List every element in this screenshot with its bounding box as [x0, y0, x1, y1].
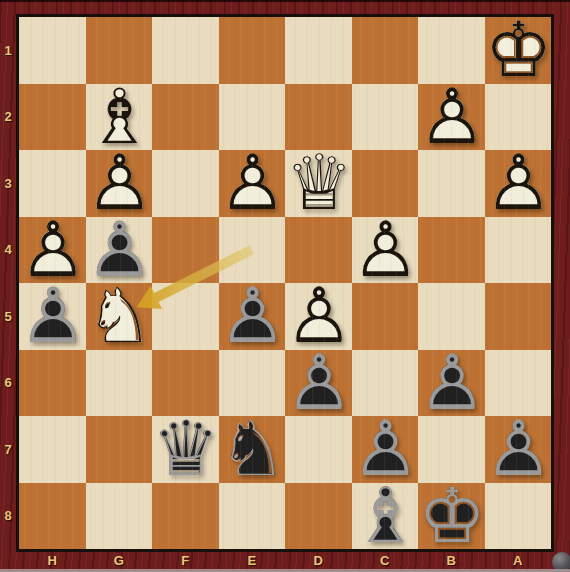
black-pawn-glyph-outline: ♙ [219, 283, 286, 350]
file-label-e: E [219, 551, 286, 570]
rank-label-7: 7 [0, 416, 16, 483]
black-pawn-glyph-outline: ♙ [19, 283, 86, 350]
rank-label-2: 2 [0, 84, 16, 151]
black-pawn-e5[interactable]: ♟♙ [219, 283, 286, 350]
black-pawn-glyph-outline: ♙ [285, 350, 352, 417]
square-b8[interactable]: ♚♔ [418, 483, 485, 550]
white-queen-d3[interactable]: ♛♕ [285, 150, 352, 217]
square-g8[interactable] [86, 483, 153, 550]
white-knight-g5[interactable]: ♞♘ [86, 283, 153, 350]
black-king-b8[interactable]: ♚♔ [418, 483, 485, 550]
square-c1[interactable] [352, 17, 419, 84]
black-queen-f7[interactable]: ♛♕ [152, 416, 219, 483]
chess-app-window: ♚♔♝♗♟♙♟♙♟♙♛♕♟♙♟♙♟♙♟♙♟♙♞♘♟♙♟♙♟♙♟♙♛♕♞♘♟♙♟♙… [0, 0, 570, 572]
square-e7[interactable]: ♞♘ [219, 416, 286, 483]
white-pawn-glyph-outline: ♙ [485, 150, 552, 217]
black-pawn-b6[interactable]: ♟♙ [418, 350, 485, 417]
square-a4[interactable] [485, 217, 552, 284]
white-pawn-glyph-outline: ♙ [352, 217, 419, 284]
file-label-b: B [418, 551, 485, 570]
white-king-a1[interactable]: ♚♔ [485, 17, 552, 84]
square-h6[interactable] [19, 350, 86, 417]
square-h8[interactable] [19, 483, 86, 550]
square-f5[interactable] [152, 283, 219, 350]
black-pawn-glyph-outline: ♙ [418, 350, 485, 417]
file-label-h: H [19, 551, 86, 570]
square-e5[interactable]: ♟♙ [219, 283, 286, 350]
black-pawn-d6[interactable]: ♟♙ [285, 350, 352, 417]
square-a3[interactable]: ♟♙ [485, 150, 552, 217]
rank-label-4: 4 [0, 217, 16, 284]
rank-label-5: 5 [0, 283, 16, 350]
square-b4[interactable] [418, 217, 485, 284]
square-h1[interactable] [19, 17, 86, 84]
square-a8[interactable] [485, 483, 552, 550]
white-pawn-glyph-outline: ♙ [219, 150, 286, 217]
square-b3[interactable] [418, 150, 485, 217]
square-a5[interactable] [485, 283, 552, 350]
file-label-d: D [285, 551, 352, 570]
file-label-c: C [352, 551, 419, 570]
square-g7[interactable] [86, 416, 153, 483]
white-pawn-c4[interactable]: ♟♙ [352, 217, 419, 284]
square-h5[interactable]: ♟♙ [19, 283, 86, 350]
black-bishop-c8[interactable]: ♝♗ [352, 483, 419, 550]
square-f8[interactable] [152, 483, 219, 550]
white-pawn-e3[interactable]: ♟♙ [219, 150, 286, 217]
square-f3[interactable] [152, 150, 219, 217]
square-d1[interactable] [285, 17, 352, 84]
square-f7[interactable]: ♛♕ [152, 416, 219, 483]
black-queen-glyph-outline: ♕ [152, 416, 219, 483]
rank-labels: 12345678 [0, 17, 16, 549]
window-top-edge [0, 0, 570, 2]
file-label-f: F [152, 551, 219, 570]
black-knight-e7[interactable]: ♞♘ [219, 416, 286, 483]
square-f1[interactable] [152, 17, 219, 84]
black-pawn-h5[interactable]: ♟♙ [19, 283, 86, 350]
square-h2[interactable] [19, 84, 86, 151]
rank-label-1: 1 [0, 17, 16, 84]
square-c2[interactable] [352, 84, 419, 151]
black-king-glyph-outline: ♔ [418, 483, 485, 550]
square-b2[interactable]: ♟♙ [418, 84, 485, 151]
black-knight-glyph-outline: ♘ [219, 416, 286, 483]
chess-board: ♚♔♝♗♟♙♟♙♟♙♛♕♟♙♟♙♟♙♟♙♟♙♞♘♟♙♟♙♟♙♟♙♛♕♞♘♟♙♟♙… [19, 17, 551, 549]
black-bishop-glyph-outline: ♗ [352, 483, 419, 550]
square-e3[interactable]: ♟♙ [219, 150, 286, 217]
file-label-g: G [86, 551, 153, 570]
square-a1[interactable]: ♚♔ [485, 17, 552, 84]
square-c4[interactable]: ♟♙ [352, 217, 419, 284]
square-f2[interactable] [152, 84, 219, 151]
square-d3[interactable]: ♛♕ [285, 150, 352, 217]
square-g6[interactable] [86, 350, 153, 417]
black-pawn-a7[interactable]: ♟♙ [485, 416, 552, 483]
rank-label-3: 3 [0, 150, 16, 217]
white-knight-glyph-outline: ♘ [86, 283, 153, 350]
white-king-glyph-outline: ♔ [485, 17, 552, 84]
square-d8[interactable] [285, 483, 352, 550]
square-h7[interactable] [19, 416, 86, 483]
square-d7[interactable] [285, 416, 352, 483]
file-label-a: A [485, 551, 552, 570]
square-g5[interactable]: ♞♘ [86, 283, 153, 350]
square-f4[interactable] [152, 217, 219, 284]
square-c5[interactable] [352, 283, 419, 350]
white-queen-glyph-outline: ♕ [285, 150, 352, 217]
file-labels: HGFEDCBA [19, 551, 551, 570]
square-b6[interactable]: ♟♙ [418, 350, 485, 417]
square-d6[interactable]: ♟♙ [285, 350, 352, 417]
black-pawn-glyph-outline: ♙ [485, 416, 552, 483]
square-e1[interactable] [219, 17, 286, 84]
rank-label-6: 6 [0, 350, 16, 417]
white-pawn-b2[interactable]: ♟♙ [418, 84, 485, 151]
white-pawn-a3[interactable]: ♟♙ [485, 150, 552, 217]
square-e8[interactable] [219, 483, 286, 550]
rank-label-8: 8 [0, 483, 16, 550]
square-a7[interactable]: ♟♙ [485, 416, 552, 483]
square-c8[interactable]: ♝♗ [352, 483, 419, 550]
white-pawn-glyph-outline: ♙ [418, 84, 485, 151]
